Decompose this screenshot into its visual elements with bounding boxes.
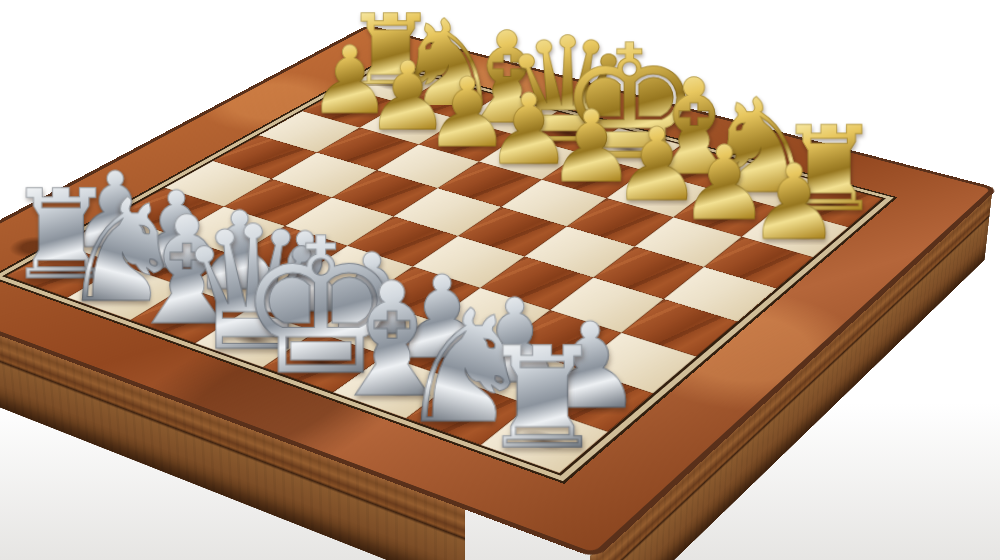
square-h1[interactable]: ♜ (481, 406, 608, 473)
gold-pawn-glyph: ♟ (747, 150, 840, 254)
product-photo-scene: ♜♞♝♛♚♝♞♜♟♟♟♟♟♟♟♟♟♟♟♟♟♟♟♟♜♞♝♛♚♝♞♜ (0, 0, 1000, 560)
chess-case-top: ♜♞♝♛♚♝♞♜♟♟♟♟♟♟♟♟♟♟♟♟♟♟♟♟♜♞♝♛♚♝♞♜ (0, 25, 998, 559)
